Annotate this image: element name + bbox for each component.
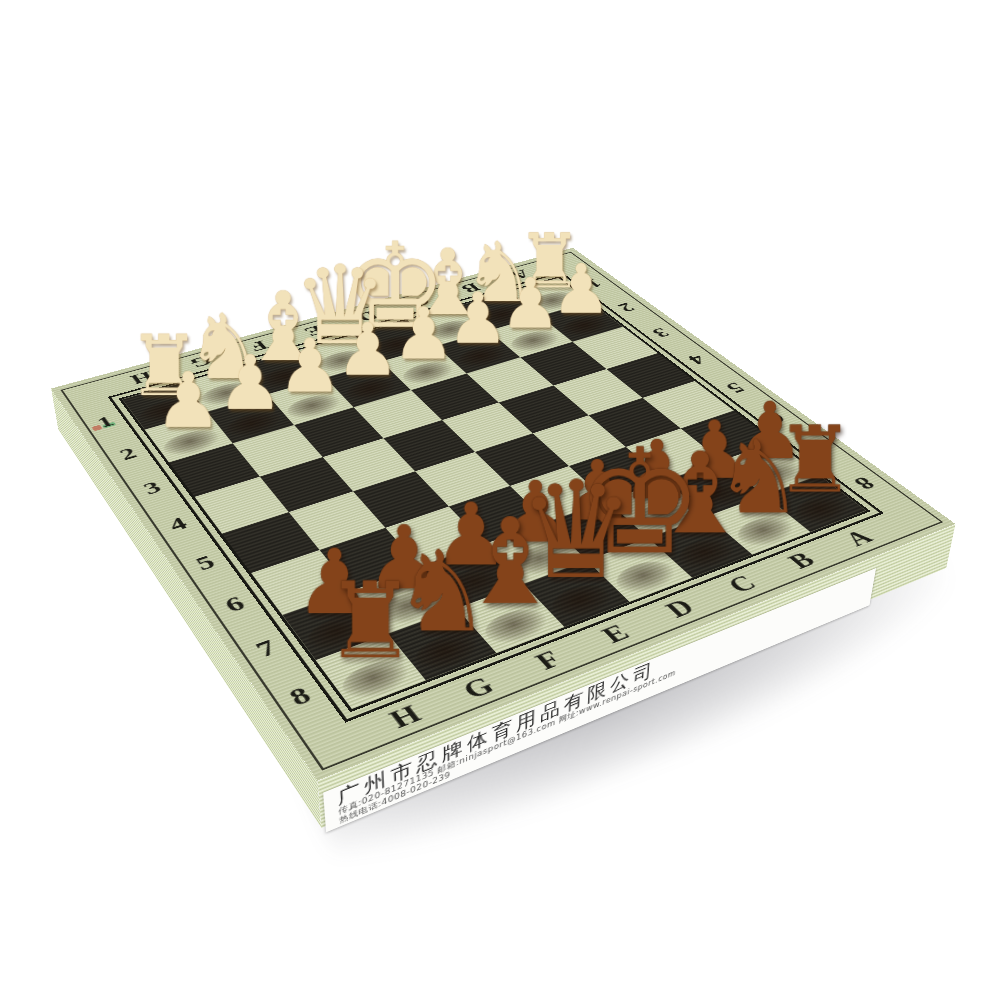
chess-board: HGFEDCBA HGFEDCBA 12345678 12345678 ♜♞♝♛… [51,248,956,781]
square-h8[interactable]: ♜ [316,634,426,709]
square-h2[interactable]: ♟ [145,412,233,462]
piece-brown-rook-h8[interactable]: ♜ [324,574,416,670]
product-photo-stage: HGFEDCBA HGFEDCBA 12345678 12345678 ♜♞♝♛… [0,0,1000,1000]
square-g4[interactable] [260,457,353,512]
